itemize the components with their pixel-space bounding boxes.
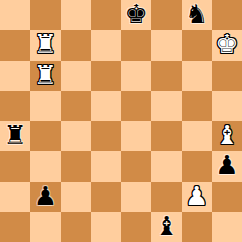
square-e2[interactable]	[121, 182, 151, 212]
square-a3[interactable]	[0, 151, 30, 181]
square-c5[interactable]	[61, 91, 91, 121]
square-f2[interactable]	[151, 182, 181, 212]
square-e6[interactable]	[121, 61, 151, 91]
square-d7[interactable]	[91, 30, 121, 60]
square-g6[interactable]	[182, 61, 212, 91]
square-b1[interactable]	[30, 212, 60, 242]
square-a4[interactable]: ♜	[0, 121, 30, 151]
square-g4[interactable]	[182, 121, 212, 151]
piece-black-pawn[interactable]: ♟	[215, 152, 238, 178]
square-g3[interactable]	[182, 151, 212, 181]
square-h7[interactable]: ♚	[212, 30, 242, 60]
square-b4[interactable]	[30, 121, 60, 151]
piece-white-bishop[interactable]: ♝	[215, 122, 238, 148]
square-f4[interactable]	[151, 121, 181, 151]
square-d3[interactable]	[91, 151, 121, 181]
square-c7[interactable]	[61, 30, 91, 60]
piece-white-pawn[interactable]: ♟	[185, 183, 208, 209]
square-a7[interactable]	[0, 30, 30, 60]
square-h2[interactable]	[212, 182, 242, 212]
square-b6[interactable]: ♜	[30, 61, 60, 91]
square-a8[interactable]	[0, 0, 30, 30]
piece-black-pawn[interactable]: ♟	[34, 183, 57, 209]
square-a6[interactable]	[0, 61, 30, 91]
square-f3[interactable]	[151, 151, 181, 181]
chess-board: ♚♞♜♚♜♜♝♟♟♟♝	[0, 0, 242, 242]
square-a1[interactable]	[0, 212, 30, 242]
square-f5[interactable]	[151, 91, 181, 121]
square-b7[interactable]: ♜	[30, 30, 60, 60]
square-e5[interactable]	[121, 91, 151, 121]
square-d8[interactable]	[91, 0, 121, 30]
square-c8[interactable]	[61, 0, 91, 30]
square-e7[interactable]	[121, 30, 151, 60]
piece-black-bishop[interactable]: ♝	[155, 213, 178, 239]
square-h6[interactable]	[212, 61, 242, 91]
square-b2[interactable]: ♟	[30, 182, 60, 212]
square-f8[interactable]	[151, 0, 181, 30]
square-h3[interactable]: ♟	[212, 151, 242, 181]
piece-white-rook[interactable]: ♜	[34, 31, 57, 57]
square-e3[interactable]	[121, 151, 151, 181]
square-c6[interactable]	[61, 61, 91, 91]
square-g7[interactable]	[182, 30, 212, 60]
square-b8[interactable]	[30, 0, 60, 30]
piece-black-knight[interactable]: ♞	[185, 1, 208, 27]
piece-white-king[interactable]: ♚	[215, 31, 238, 57]
square-h4[interactable]: ♝	[212, 121, 242, 151]
square-f7[interactable]	[151, 30, 181, 60]
square-g1[interactable]	[182, 212, 212, 242]
square-b5[interactable]	[30, 91, 60, 121]
square-d1[interactable]	[91, 212, 121, 242]
square-e8[interactable]: ♚	[121, 0, 151, 30]
square-b3[interactable]	[30, 151, 60, 181]
square-h8[interactable]	[212, 0, 242, 30]
square-c3[interactable]	[61, 151, 91, 181]
square-a2[interactable]	[0, 182, 30, 212]
square-h5[interactable]	[212, 91, 242, 121]
square-g8[interactable]: ♞	[182, 0, 212, 30]
square-c4[interactable]	[61, 121, 91, 151]
square-c2[interactable]	[61, 182, 91, 212]
square-d6[interactable]	[91, 61, 121, 91]
square-g5[interactable]	[182, 91, 212, 121]
piece-white-rook[interactable]: ♜	[34, 62, 57, 88]
square-c1[interactable]	[61, 212, 91, 242]
square-a5[interactable]	[0, 91, 30, 121]
piece-black-king[interactable]: ♚	[124, 1, 147, 27]
square-d4[interactable]	[91, 121, 121, 151]
piece-black-rook[interactable]: ♜	[3, 122, 26, 148]
square-d2[interactable]	[91, 182, 121, 212]
square-e1[interactable]	[121, 212, 151, 242]
square-g2[interactable]: ♟	[182, 182, 212, 212]
square-e4[interactable]	[121, 121, 151, 151]
square-f6[interactable]	[151, 61, 181, 91]
square-d5[interactable]	[91, 91, 121, 121]
square-f1[interactable]: ♝	[151, 212, 181, 242]
square-h1[interactable]	[212, 212, 242, 242]
